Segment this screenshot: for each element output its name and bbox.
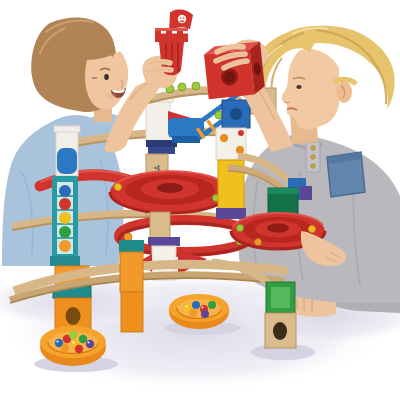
marble: [178, 83, 186, 91]
marble: [59, 212, 71, 224]
blue-paddle: [57, 148, 77, 174]
tunnel-hole: [273, 322, 287, 340]
henley-button: [311, 164, 315, 168]
marble: [59, 240, 71, 252]
teal-block: [119, 240, 144, 252]
marble: [237, 225, 244, 232]
marble: [61, 344, 69, 352]
left-child-eye: [104, 74, 109, 80]
photo-canvas: Hape: [0, 0, 400, 400]
orange-leg-block: [121, 292, 143, 332]
right-child-eye: [296, 85, 301, 89]
henley-button: [311, 146, 315, 150]
marble: [201, 310, 209, 318]
marble: [59, 198, 71, 210]
marble: [86, 340, 94, 348]
marble: [189, 309, 197, 317]
marble: [309, 226, 316, 233]
purple-block: [300, 186, 312, 200]
marble: [79, 335, 87, 343]
marble: [192, 82, 200, 90]
marble: [115, 184, 122, 191]
marble: [69, 331, 77, 339]
marble: [59, 226, 71, 238]
marble: [75, 345, 83, 353]
red-cube-block: [203, 42, 265, 100]
purple-slab: [216, 208, 246, 219]
marble: [192, 301, 200, 309]
marble: [124, 233, 132, 241]
tunnel-hole: [66, 307, 81, 325]
marble: [208, 301, 216, 309]
marble: [255, 239, 262, 246]
left-hand-fingers: [148, 78, 170, 80]
orange-leg-block: [120, 252, 143, 292]
flag-emblem: [178, 15, 186, 23]
purple-slab: [148, 237, 180, 246]
henley-button: [311, 155, 315, 159]
navy-disc: [148, 147, 175, 154]
marble: [59, 185, 71, 197]
